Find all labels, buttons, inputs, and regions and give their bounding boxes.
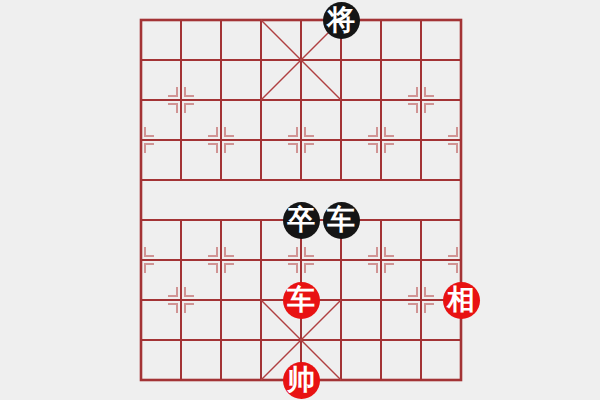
piece-black-general[interactable]: 将 bbox=[323, 2, 360, 39]
background: 将卒车车相帅 bbox=[0, 0, 600, 400]
xiangqi-board[interactable]: 将卒车车相帅 bbox=[121, 0, 481, 400]
piece-red-elephant[interactable]: 相 bbox=[443, 282, 480, 319]
piece-black-soldier[interactable]: 卒 bbox=[283, 202, 320, 239]
piece-black-chariot[interactable]: 车 bbox=[323, 202, 360, 239]
board-grid bbox=[121, 0, 481, 400]
piece-red-general[interactable]: 帅 bbox=[283, 362, 320, 399]
piece-red-chariot[interactable]: 车 bbox=[283, 282, 320, 319]
